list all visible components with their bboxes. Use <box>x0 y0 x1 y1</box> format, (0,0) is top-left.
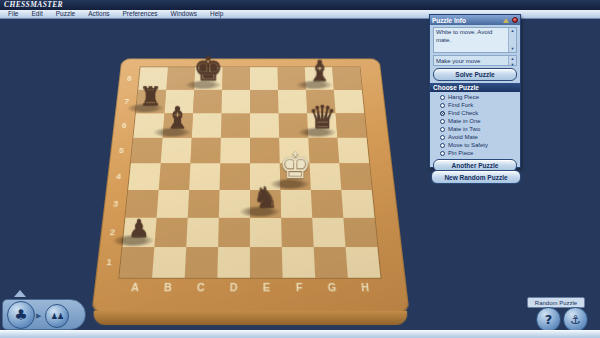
square-a2[interactable]: ♟ <box>123 218 157 247</box>
radio-move-to-safety[interactable]: Move to Safety <box>433 141 517 149</box>
square-g2[interactable] <box>312 218 345 247</box>
radio-label: Move to Safety <box>448 142 488 148</box>
file-label-f: F <box>283 282 317 303</box>
square-e5[interactable] <box>250 138 280 164</box>
square-b4[interactable] <box>159 163 191 190</box>
square-h8[interactable] <box>332 67 362 90</box>
app-window: CHESSMASTER FileEditPuzzleActionsPrefere… <box>0 0 600 338</box>
radio-label: Avoid Mate <box>448 134 478 140</box>
square-a7[interactable]: ♜ <box>136 90 166 113</box>
file-label-d: D <box>217 282 250 303</box>
radio-mate-in-one[interactable]: Mate in One <box>433 117 517 125</box>
anchor-icon: ⚓ <box>570 313 581 327</box>
square-a5[interactable] <box>131 138 163 164</box>
rollup-icon[interactable] <box>503 18 509 23</box>
radio-label: Mate in Two <box>448 126 480 132</box>
square-g8[interactable]: ♝ <box>305 67 334 90</box>
instruction-text: White to move. Avoid mate. <box>434 28 508 52</box>
move-prompt: Make your move <box>434 56 508 65</box>
square-b6[interactable]: ♝ <box>163 113 193 137</box>
file-label-h: H <box>348 282 383 303</box>
square-a1[interactable] <box>119 247 154 278</box>
scroll-up-icon[interactable]: ▲ <box>511 28 515 34</box>
menu-item-edit[interactable]: Edit <box>31 11 42 18</box>
expand-up-icon[interactable] <box>14 290 26 297</box>
radio-dot[interactable] <box>440 111 445 116</box>
square-d5[interactable] <box>220 138 250 164</box>
question-icon: ? <box>545 312 553 327</box>
menu-item-puzzle[interactable]: Puzzle <box>56 11 76 18</box>
radio-pin-piece[interactable]: Pin Piece <box>433 149 517 157</box>
rank-label-3: 3 <box>103 190 129 218</box>
file-label-a: A <box>117 282 152 303</box>
radio-find-fork[interactable]: Find Fork <box>433 101 517 109</box>
square-h4[interactable] <box>339 163 371 190</box>
radio-label: Hang Piece <box>448 94 479 100</box>
rank-label-8: 8 <box>118 67 141 90</box>
panel-title-bar[interactable]: Puzzle Info <box>430 15 520 25</box>
board-front-edge <box>92 311 409 325</box>
instruction-box[interactable]: White to move. Avoid mate. ▲ ▼ <box>433 27 517 53</box>
square-h6[interactable] <box>336 113 367 137</box>
file-label-c: C <box>183 282 217 303</box>
pieces-nav-button[interactable]: ♟♟ <box>45 304 69 328</box>
square-c2[interactable] <box>186 218 219 247</box>
square-b3[interactable] <box>157 190 190 218</box>
radio-dot[interactable] <box>440 119 445 124</box>
radio-mate-in-two[interactable]: Mate in Two <box>433 125 517 133</box>
instruction-scrollbar[interactable]: ▲ ▼ <box>508 28 516 52</box>
move-list-box[interactable]: Make your move ▲ ▼ <box>433 55 517 66</box>
square-c1[interactable] <box>185 247 218 278</box>
radio-dot[interactable] <box>440 151 445 156</box>
club-logo-icon: ♣ <box>14 306 27 324</box>
mini-pieces-icon: ♟♟ <box>51 312 63 321</box>
rank-label-5: 5 <box>109 138 133 164</box>
square-e2[interactable] <box>250 218 282 247</box>
square-c8[interactable]: ♚ <box>194 67 223 90</box>
square-e1[interactable] <box>250 247 283 278</box>
square-d2[interactable] <box>218 218 250 247</box>
square-h7[interactable] <box>334 90 364 113</box>
radio-dot[interactable] <box>440 103 445 108</box>
choose-puzzle-header: Choose Puzzle <box>430 83 520 92</box>
anchor-button[interactable]: ⚓ <box>563 307 588 332</box>
square-g4[interactable] <box>310 163 342 190</box>
menu-item-windows[interactable]: Windows <box>171 11 197 18</box>
file-label-b: B <box>150 282 184 303</box>
chessmaster-nav-button[interactable]: ♣ <box>7 301 35 329</box>
radio-find-check[interactable]: Find Check <box>433 109 517 117</box>
square-c4[interactable] <box>189 163 220 190</box>
file-label-g: G <box>315 282 349 303</box>
new-random-puzzle-button[interactable]: New Random Puzzle <box>431 170 521 184</box>
file-label-e: E <box>250 282 283 303</box>
black-rook[interactable]: ♜ <box>139 83 162 109</box>
menu-item-help[interactable]: Help <box>210 11 223 18</box>
black-pawn[interactable]: ♟ <box>128 217 150 241</box>
square-d4[interactable] <box>220 163 250 190</box>
chess-board: ♚♝♜♝♛♚♞♟ 87654321 ABCDEFGH <box>91 59 409 313</box>
square-f8[interactable] <box>277 67 305 90</box>
rank-label-2: 2 <box>99 218 125 247</box>
solve-puzzle-button[interactable]: Solve Puzzle <box>433 68 517 81</box>
rank-label-6: 6 <box>112 113 136 137</box>
radio-label: Mate in One <box>448 118 481 124</box>
square-g3[interactable] <box>311 190 344 218</box>
panel-title: Puzzle Info <box>432 17 466 24</box>
black-knight[interactable]: ♞ <box>253 183 279 212</box>
white-king[interactable]: ♚ <box>279 148 312 184</box>
radio-dot[interactable] <box>440 135 445 140</box>
status-bar <box>0 330 600 338</box>
square-g6[interactable]: ♛ <box>307 113 337 137</box>
square-f1[interactable] <box>282 247 315 278</box>
square-d7[interactable] <box>221 90 250 113</box>
radio-dot[interactable] <box>440 143 445 148</box>
square-h2[interactable] <box>343 218 377 247</box>
board-squares: ♚♝♜♝♛♚♞♟ <box>119 67 380 277</box>
square-e3[interactable]: ♞ <box>250 190 281 218</box>
square-d1[interactable] <box>217 247 250 278</box>
square-f3[interactable] <box>280 190 312 218</box>
square-g1[interactable] <box>314 247 348 278</box>
rank-label-1: 1 <box>96 247 123 278</box>
menu-item-actions[interactable]: Actions <box>88 11 109 18</box>
scroll-down-icon[interactable]: ▼ <box>511 46 515 52</box>
title-bar: CHESSMASTER <box>0 0 600 10</box>
square-d3[interactable] <box>219 190 250 218</box>
help-button[interactable]: ? <box>536 307 561 332</box>
square-h1[interactable] <box>346 247 381 278</box>
square-c7[interactable] <box>193 90 222 113</box>
square-e7[interactable] <box>250 90 279 113</box>
black-bishop[interactable]: ♝ <box>164 103 191 133</box>
square-h3[interactable] <box>341 190 374 218</box>
square-b2[interactable] <box>154 218 187 247</box>
puzzle-type-radio-group: Hang PieceFind ForkFind CheckMate in One… <box>433 93 517 157</box>
chessmaster-logo: CHESSMASTER <box>4 1 63 9</box>
menu-item-file[interactable]: File <box>8 11 18 18</box>
square-c6[interactable] <box>192 113 222 137</box>
close-icon[interactable] <box>512 17 518 23</box>
square-e6[interactable] <box>250 113 279 137</box>
square-c5[interactable] <box>190 138 220 164</box>
square-f7[interactable] <box>278 90 307 113</box>
radio-avoid-mate[interactable]: Avoid Mate <box>433 133 517 141</box>
rank-label-4: 4 <box>106 163 131 190</box>
square-h5[interactable] <box>337 138 369 164</box>
square-a6[interactable] <box>133 113 164 137</box>
square-b8[interactable] <box>166 67 195 90</box>
square-d8[interactable] <box>222 67 250 90</box>
puzzle-info-panel: Puzzle Info White to move. Avoid mate. ▲… <box>429 14 521 168</box>
arrow-right-icon: ▶ <box>36 312 41 320</box>
square-b5[interactable] <box>161 138 192 164</box>
radio-label: Find Fork <box>448 102 473 108</box>
radio-label: Find Check <box>448 110 478 116</box>
square-f4[interactable]: ♚ <box>280 163 311 190</box>
square-e8[interactable] <box>250 67 278 90</box>
radio-dot[interactable] <box>440 127 445 132</box>
square-b1[interactable] <box>152 247 186 278</box>
square-a4[interactable] <box>128 163 160 190</box>
square-d6[interactable] <box>221 113 250 137</box>
square-f6[interactable] <box>279 113 309 137</box>
square-c3[interactable] <box>188 190 220 218</box>
radio-label: Pin Piece <box>448 150 473 156</box>
square-a3[interactable] <box>125 190 158 218</box>
black-queen[interactable]: ♛ <box>308 101 337 133</box>
rank-label-7: 7 <box>115 90 138 113</box>
square-g5[interactable] <box>308 138 339 164</box>
scroll-down-icon[interactable]: ▼ <box>511 62 515 68</box>
menu-item-preferences[interactable]: Preferences <box>123 11 158 18</box>
radio-dot[interactable] <box>440 95 445 100</box>
move-list-scrollbar[interactable]: ▲ ▼ <box>508 56 516 65</box>
black-king[interactable]: ♚ <box>193 52 223 85</box>
radio-hang-piece[interactable]: Hang Piece <box>433 93 517 101</box>
square-f2[interactable] <box>281 218 314 247</box>
black-bishop[interactable]: ♝ <box>307 57 333 86</box>
